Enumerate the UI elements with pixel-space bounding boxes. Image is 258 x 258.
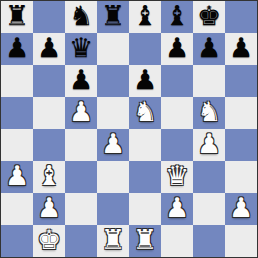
square-g1[interactable] [193,225,225,257]
square-c5[interactable]: ♟ [65,97,97,129]
square-e1[interactable]: ♜ [129,225,161,257]
square-a8[interactable]: ♜ [1,1,33,33]
square-d8[interactable]: ♜ [97,1,129,33]
black-rook-icon: ♜ [101,1,125,32]
white-pawn-icon: ♟ [101,129,125,160]
black-pawn-icon: ♟ [165,33,189,64]
black-pawn-icon: ♟ [133,65,157,96]
square-a2[interactable] [1,193,33,225]
square-f2[interactable]: ♟ [161,193,193,225]
square-b1[interactable]: ♚ [33,225,65,257]
square-e3[interactable] [129,161,161,193]
square-h4[interactable] [225,129,257,161]
white-rook-icon: ♜ [101,225,125,256]
white-knight-icon: ♞ [197,97,221,128]
square-c2[interactable] [65,193,97,225]
black-pawn-icon: ♟ [69,65,93,96]
square-h6[interactable] [225,65,257,97]
square-a1[interactable] [1,225,33,257]
square-a4[interactable] [1,129,33,161]
black-pawn-icon: ♟ [37,33,61,64]
square-c1[interactable] [65,225,97,257]
black-knight-icon: ♞ [69,1,93,32]
white-pawn-icon: ♟ [197,129,221,160]
square-d2[interactable] [97,193,129,225]
white-pawn-icon: ♟ [165,193,189,224]
square-f4[interactable] [161,129,193,161]
square-g6[interactable] [193,65,225,97]
square-c8[interactable]: ♞ [65,1,97,33]
white-pawn-icon: ♟ [69,97,93,128]
square-e4[interactable] [129,129,161,161]
square-a5[interactable] [1,97,33,129]
square-b6[interactable] [33,65,65,97]
square-f3[interactable]: ♛ [161,161,193,193]
square-d1[interactable]: ♜ [97,225,129,257]
square-a6[interactable] [1,65,33,97]
square-b7[interactable]: ♟ [33,33,65,65]
square-c7[interactable]: ♛ [65,33,97,65]
square-g5[interactable]: ♞ [193,97,225,129]
square-f5[interactable] [161,97,193,129]
square-e2[interactable] [129,193,161,225]
white-knight-icon: ♞ [133,97,157,128]
black-bishop-icon: ♝ [165,1,189,32]
square-h7[interactable]: ♟ [225,33,257,65]
square-d6[interactable] [97,65,129,97]
square-h1[interactable] [225,225,257,257]
black-queen-icon: ♛ [69,33,93,64]
square-e7[interactable] [129,33,161,65]
square-b5[interactable] [33,97,65,129]
square-b4[interactable] [33,129,65,161]
black-pawn-icon: ♟ [197,33,221,64]
white-pawn-icon: ♟ [5,161,29,192]
white-pawn-icon: ♟ [37,193,61,224]
black-king-icon: ♚ [197,1,221,32]
square-h8[interactable] [225,1,257,33]
square-h2[interactable]: ♟ [225,193,257,225]
square-c3[interactable] [65,161,97,193]
black-pawn-icon: ♟ [5,33,29,64]
white-bishop-icon: ♝ [37,161,61,192]
square-g7[interactable]: ♟ [193,33,225,65]
square-d4[interactable]: ♟ [97,129,129,161]
black-pawn-icon: ♟ [229,33,253,64]
square-f6[interactable] [161,65,193,97]
black-bishop-icon: ♝ [133,1,157,32]
square-g8[interactable]: ♚ [193,1,225,33]
square-g4[interactable]: ♟ [193,129,225,161]
square-a7[interactable]: ♟ [1,33,33,65]
chess-board: ♜♞♜♝♝♚♟♟♛♟♟♟♟♟♟♞♞♟♟♟♝♛♟♟♟♚♜♜ [1,1,257,257]
chess-board-frame: ♜♞♜♝♝♚♟♟♛♟♟♟♟♟♟♞♞♟♟♟♝♛♟♟♟♚♜♜ [0,0,258,258]
square-g2[interactable] [193,193,225,225]
square-a3[interactable]: ♟ [1,161,33,193]
square-f7[interactable]: ♟ [161,33,193,65]
square-h5[interactable] [225,97,257,129]
square-d7[interactable] [97,33,129,65]
square-b8[interactable] [33,1,65,33]
square-e5[interactable]: ♞ [129,97,161,129]
square-b2[interactable]: ♟ [33,193,65,225]
square-h3[interactable] [225,161,257,193]
square-b3[interactable]: ♝ [33,161,65,193]
square-f8[interactable]: ♝ [161,1,193,33]
white-rook-icon: ♜ [133,225,157,256]
square-g3[interactable] [193,161,225,193]
square-c6[interactable]: ♟ [65,65,97,97]
square-c4[interactable] [65,129,97,161]
square-e6[interactable]: ♟ [129,65,161,97]
square-d5[interactable] [97,97,129,129]
white-pawn-icon: ♟ [229,193,253,224]
square-e8[interactable]: ♝ [129,1,161,33]
black-rook-icon: ♜ [5,1,29,32]
white-queen-icon: ♛ [165,161,189,192]
square-f1[interactable] [161,225,193,257]
square-d3[interactable] [97,161,129,193]
white-king-icon: ♚ [37,225,61,256]
